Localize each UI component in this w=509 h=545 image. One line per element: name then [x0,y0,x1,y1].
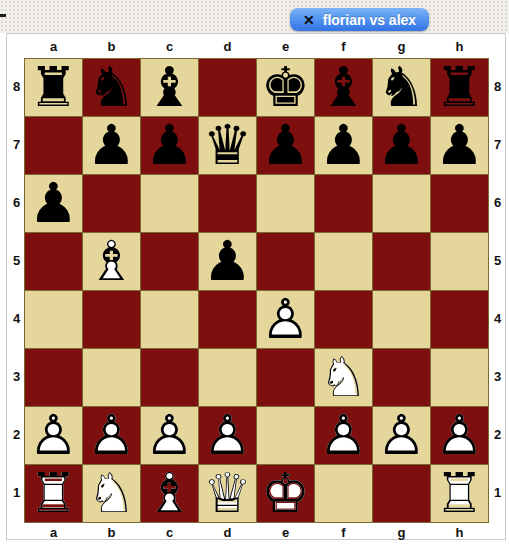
piece-glyph: ♛ [199,117,256,174]
square-b1[interactable]: ♞♘ [83,465,140,522]
piece-outline: ♖ [431,465,488,522]
file-label-c: c [166,39,173,54]
square-b3[interactable] [83,349,140,406]
rank-label-8: 8 [13,79,20,94]
square-h4[interactable] [431,291,488,348]
square-a8[interactable]: ♜ [25,59,82,116]
square-e1[interactable]: ♚♔ [257,465,314,522]
piece-outline: ♙ [199,407,256,464]
piece-glyph: ♞ [373,59,430,116]
square-g2[interactable]: ♟♙ [373,407,430,464]
piece-glyph: ♚ [257,59,314,116]
piece-white-bishop: ♝♗ [141,465,198,522]
file-label-h: h [456,39,464,54]
square-c2[interactable]: ♟♙ [141,407,198,464]
piece-black-bishop: ♝ [315,59,372,116]
piece-outline: ♗ [83,233,140,290]
piece-outline: ♘ [83,465,140,522]
rank-label-5: 5 [13,253,20,268]
file-label-b: b [108,525,116,540]
square-e6[interactable] [257,175,314,232]
tab-title: florian vs alex [323,12,416,28]
square-b7[interactable]: ♟ [83,117,140,174]
rank-label-7: 7 [494,137,501,152]
piece-outline: ♕ [199,465,256,522]
ranks-left: 87654321 [10,58,23,523]
chess-board: ♜♞♝♚♝♞♜♟♟♛♟♟♟♟♟♝♗♟♟♙♞♘♟♙♟♙♟♙♟♙♟♙♟♙♟♙♜♖♞♘… [24,58,489,523]
piece-white-rook: ♜♖ [431,465,488,522]
piece-black-rook: ♜ [25,59,82,116]
top-left-dash [0,14,6,17]
rank-label-1: 1 [494,485,501,500]
piece-white-pawn: ♟♙ [315,407,372,464]
piece-black-pawn: ♟ [25,175,82,232]
piece-black-pawn: ♟ [431,117,488,174]
piece-white-knight: ♞♘ [315,349,372,406]
board-panel: abcdefgh 87654321 ♜♞♝♚♝♞♜♟♟♛♟♟♟♟♟♝♗♟♟♙♞♘… [6,33,506,540]
close-icon[interactable]: ✕ [303,13,315,27]
piece-white-bishop: ♝♗ [83,233,140,290]
piece-outline: ♖ [25,465,82,522]
piece-glyph: ♜ [25,59,82,116]
square-e7[interactable]: ♟ [257,117,314,174]
rank-label-7: 7 [13,137,20,152]
ranks-right: 87654321 [491,58,504,523]
piece-black-pawn: ♟ [83,117,140,174]
square-g4[interactable] [373,291,430,348]
square-f3[interactable]: ♞♘ [315,349,372,406]
piece-glyph: ♟ [141,117,198,174]
square-d4[interactable] [199,291,256,348]
square-f8[interactable]: ♝ [315,59,372,116]
rank-label-1: 1 [13,485,20,500]
piece-glyph: ♟ [199,233,256,290]
rank-label-3: 3 [494,369,501,384]
square-b6[interactable] [83,175,140,232]
square-c8[interactable]: ♝ [141,59,198,116]
piece-white-king: ♚♔ [257,465,314,522]
piece-glyph: ♞ [83,59,140,116]
square-c5[interactable] [141,233,198,290]
file-label-b: b [108,39,116,54]
square-h8[interactable]: ♜ [431,59,488,116]
rank-label-4: 4 [13,311,20,326]
piece-black-knight: ♞ [83,59,140,116]
piece-white-pawn: ♟♙ [257,291,314,348]
square-d8[interactable] [199,59,256,116]
rank-label-8: 8 [494,79,501,94]
square-g6[interactable] [373,175,430,232]
square-d3[interactable] [199,349,256,406]
rank-label-6: 6 [494,195,501,210]
piece-white-pawn: ♟♙ [25,407,82,464]
square-g1[interactable] [373,465,430,522]
square-f2[interactable]: ♟♙ [315,407,372,464]
file-label-h: h [456,525,464,540]
square-d2[interactable]: ♟♙ [199,407,256,464]
square-e4[interactable]: ♟♙ [257,291,314,348]
piece-outline: ♙ [257,291,314,348]
piece-black-pawn: ♟ [257,117,314,174]
rank-label-4: 4 [494,311,501,326]
file-label-a: a [50,39,57,54]
piece-black-bishop: ♝ [141,59,198,116]
game-tab[interactable]: ✕ florian vs alex [290,8,429,31]
square-f6[interactable] [315,175,372,232]
piece-black-queen: ♛ [199,117,256,174]
piece-black-king: ♚ [257,59,314,116]
piece-black-knight: ♞ [373,59,430,116]
square-e5[interactable] [257,233,314,290]
file-label-e: e [282,39,289,54]
square-d7[interactable]: ♛ [199,117,256,174]
square-c1[interactable]: ♝♗ [141,465,198,522]
piece-outline: ♙ [83,407,140,464]
piece-white-knight: ♞♘ [83,465,140,522]
piece-glyph: ♝ [141,59,198,116]
piece-glyph: ♟ [315,117,372,174]
square-h3[interactable] [431,349,488,406]
piece-glyph: ♜ [431,59,488,116]
rank-label-5: 5 [494,253,501,268]
file-label-a: a [50,525,57,540]
square-b2[interactable]: ♟♙ [83,407,140,464]
file-label-f: f [341,525,345,540]
file-label-c: c [166,525,173,540]
file-label-g: g [398,39,406,54]
file-label-e: e [282,525,289,540]
square-a7[interactable] [25,117,82,174]
square-a2[interactable]: ♟♙ [25,407,82,464]
piece-white-pawn: ♟♙ [141,407,198,464]
square-c6[interactable] [141,175,198,232]
piece-outline: ♘ [315,349,372,406]
square-e8[interactable]: ♚ [257,59,314,116]
piece-white-pawn: ♟♙ [83,407,140,464]
square-c7[interactable]: ♟ [141,117,198,174]
piece-black-pawn: ♟ [141,117,198,174]
square-f7[interactable]: ♟ [315,117,372,174]
square-e3[interactable] [257,349,314,406]
square-g7[interactable]: ♟ [373,117,430,174]
square-f1[interactable] [315,465,372,522]
square-a1[interactable]: ♜♖ [25,465,82,522]
square-f4[interactable] [315,291,372,348]
piece-glyph: ♟ [373,117,430,174]
file-label-d: d [224,39,232,54]
square-a3[interactable] [25,349,82,406]
piece-white-pawn: ♟♙ [373,407,430,464]
piece-outline: ♗ [141,465,198,522]
piece-white-rook: ♜♖ [25,465,82,522]
piece-glyph: ♟ [431,117,488,174]
square-b4[interactable] [83,291,140,348]
file-label-d: d [224,525,232,540]
rank-label-2: 2 [494,427,501,442]
square-d6[interactable] [199,175,256,232]
square-g5[interactable] [373,233,430,290]
piece-glyph: ♟ [25,175,82,232]
top-strip [0,0,509,33]
piece-glyph: ♝ [315,59,372,116]
square-h7[interactable]: ♟ [431,117,488,174]
square-b8[interactable]: ♞ [83,59,140,116]
piece-black-pawn: ♟ [199,233,256,290]
square-e2[interactable] [257,407,314,464]
square-c4[interactable] [141,291,198,348]
rank-label-6: 6 [13,195,20,210]
square-h2[interactable]: ♟♙ [431,407,488,464]
file-label-g: g [398,525,406,540]
files-top: abcdefgh [25,38,488,54]
square-h5[interactable] [431,233,488,290]
square-c3[interactable] [141,349,198,406]
square-g3[interactable] [373,349,430,406]
piece-black-pawn: ♟ [315,117,372,174]
square-h6[interactable] [431,175,488,232]
square-a6[interactable]: ♟ [25,175,82,232]
piece-glyph: ♟ [83,117,140,174]
square-a5[interactable] [25,233,82,290]
rank-label-3: 3 [13,369,20,384]
piece-outline: ♙ [373,407,430,464]
square-b5[interactable]: ♝♗ [83,233,140,290]
piece-glyph: ♟ [257,117,314,174]
piece-outline: ♙ [25,407,82,464]
piece-black-rook: ♜ [431,59,488,116]
rank-label-2: 2 [13,427,20,442]
file-label-f: f [341,39,345,54]
piece-outline: ♙ [141,407,198,464]
square-d5[interactable]: ♟ [199,233,256,290]
square-d1[interactable]: ♛♕ [199,465,256,522]
square-f5[interactable] [315,233,372,290]
files-bottom: abcdefgh [25,524,488,540]
piece-outline: ♔ [257,465,314,522]
square-h1[interactable]: ♜♖ [431,465,488,522]
piece-outline: ♙ [431,407,488,464]
square-g8[interactable]: ♞ [373,59,430,116]
piece-outline: ♙ [315,407,372,464]
piece-black-pawn: ♟ [373,117,430,174]
square-a4[interactable] [25,291,82,348]
piece-white-queen: ♛♕ [199,465,256,522]
piece-white-pawn: ♟♙ [199,407,256,464]
piece-white-pawn: ♟♙ [431,407,488,464]
